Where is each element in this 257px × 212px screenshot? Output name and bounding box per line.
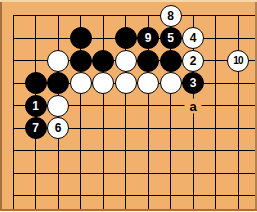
frame-right-edge (255, 0, 257, 211)
black-stone (160, 50, 182, 72)
grid-line-horizontal (13, 150, 257, 151)
white-stone (137, 72, 159, 94)
black-stone (47, 72, 69, 94)
white-stone-move-8: 8 (160, 5, 182, 27)
white-stone (160, 72, 182, 94)
move-number: 1 (32, 100, 39, 112)
go-board-diagram: 89542103176 a (0, 0, 257, 211)
move-number: 10 (233, 56, 243, 66)
white-stone (47, 50, 69, 72)
move-number: 9 (145, 32, 152, 44)
move-number: 5 (167, 32, 174, 44)
white-stone (70, 72, 92, 94)
black-stone (115, 27, 137, 49)
white-stone-move-4: 4 (182, 27, 204, 49)
move-number: 4 (190, 32, 197, 44)
point-label-a: a (185, 98, 202, 113)
move-number: 2 (190, 55, 197, 67)
grid-line-horizontal (13, 173, 257, 174)
move-number: 8 (167, 10, 174, 22)
black-stone (70, 50, 92, 72)
black-stone-move-3: 3 (182, 72, 204, 94)
move-number: 7 (32, 122, 39, 134)
black-stone (70, 27, 92, 49)
grid-line-vertical (13, 16, 14, 212)
grid-line-vertical (238, 16, 239, 212)
white-stone-move-2: 2 (182, 50, 204, 72)
black-stone (137, 50, 159, 72)
black-stone (25, 72, 47, 94)
white-stone (115, 72, 137, 94)
move-number: 6 (55, 122, 62, 134)
grid-line-vertical (215, 16, 216, 212)
grid-line-vertical (103, 16, 104, 212)
black-stone-move-5: 5 (160, 27, 182, 49)
white-stone (92, 72, 114, 94)
white-stone-move-6: 6 (47, 117, 69, 139)
grid-line-horizontal (13, 195, 257, 196)
white-stone (47, 95, 69, 117)
move-number: 3 (190, 77, 197, 89)
black-stone-move-9: 9 (137, 27, 159, 49)
white-stone-move-10: 10 (227, 50, 249, 72)
frame-left-edge (0, 0, 2, 211)
frame-top-edge (0, 0, 257, 2)
black-stone (92, 50, 114, 72)
white-stone (115, 50, 137, 72)
black-stone-move-1: 1 (25, 95, 47, 117)
grid-line-horizontal (13, 15, 257, 16)
frame-bottom-edge (0, 209, 257, 211)
black-stone-move-7: 7 (25, 117, 47, 139)
